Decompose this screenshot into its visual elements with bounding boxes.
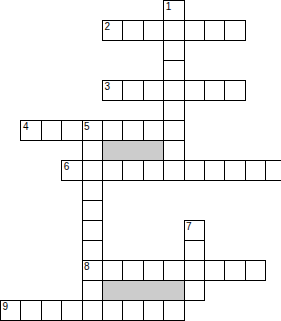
- grid-cell[interactable]: 3: [102, 80, 123, 101]
- grid-cell[interactable]: [163, 160, 184, 181]
- grid-cell[interactable]: [163, 80, 184, 101]
- grid-cell[interactable]: [143, 20, 164, 41]
- grid-cell[interactable]: [122, 260, 143, 281]
- grid-cell[interactable]: [143, 160, 164, 181]
- grid-cell[interactable]: 4: [20, 120, 41, 141]
- grid-cell[interactable]: [245, 160, 266, 181]
- grid-cell[interactable]: [163, 60, 184, 81]
- grid-cell[interactable]: [224, 20, 245, 41]
- grid-cell[interactable]: [102, 260, 123, 281]
- grid-cell[interactable]: [245, 260, 266, 281]
- grid-cell[interactable]: [82, 240, 103, 261]
- grid-cell[interactable]: [184, 260, 205, 281]
- grid-cell[interactable]: [82, 220, 103, 241]
- grid-cell[interactable]: [122, 300, 143, 321]
- grid-cell[interactable]: [122, 20, 143, 41]
- clue-number: 7: [186, 222, 192, 232]
- grid-cell[interactable]: [102, 160, 123, 181]
- grid-cell[interactable]: [163, 300, 184, 321]
- grid-cell[interactable]: [82, 280, 103, 301]
- grid-cell[interactable]: [143, 260, 164, 281]
- grid-cell[interactable]: [122, 120, 143, 141]
- grid-cell[interactable]: [184, 280, 205, 301]
- shaded-block: [102, 280, 185, 301]
- grid-cell[interactable]: [41, 120, 62, 141]
- grid-cell[interactable]: [204, 20, 225, 41]
- grid-cell[interactable]: [82, 160, 103, 181]
- grid-cell[interactable]: [184, 20, 205, 41]
- grid-cell[interactable]: [143, 80, 164, 101]
- clue-number: 5: [84, 122, 90, 132]
- clue-number: 8: [84, 262, 90, 272]
- grid-cell[interactable]: [41, 300, 62, 321]
- grid-cell[interactable]: [184, 80, 205, 101]
- grid-cell[interactable]: [20, 300, 41, 321]
- grid-cell[interactable]: [102, 300, 123, 321]
- clue-number: 1: [166, 2, 172, 12]
- shaded-block: [102, 140, 164, 161]
- grid-cell[interactable]: 8: [82, 260, 103, 281]
- grid-cell[interactable]: [82, 200, 103, 221]
- grid-cell[interactable]: 1: [163, 0, 184, 21]
- clue-number: 3: [105, 82, 111, 92]
- grid-cell[interactable]: [204, 80, 225, 101]
- grid-cell[interactable]: [265, 160, 281, 181]
- grid-cell[interactable]: [163, 140, 184, 161]
- grid-cell[interactable]: 6: [61, 160, 82, 181]
- grid-cell[interactable]: [143, 120, 164, 141]
- grid-cell[interactable]: [122, 160, 143, 181]
- grid-cell[interactable]: [204, 160, 225, 181]
- grid-cell[interactable]: [184, 160, 205, 181]
- grid-cell[interactable]: [122, 80, 143, 101]
- grid-cell[interactable]: [82, 140, 103, 161]
- grid-cell[interactable]: 5: [82, 120, 103, 141]
- grid-cell[interactable]: [224, 260, 245, 281]
- grid-cell[interactable]: [163, 40, 184, 61]
- grid-cell[interactable]: 2: [102, 20, 123, 41]
- clue-number: 9: [3, 302, 9, 312]
- grid-cell[interactable]: [82, 300, 103, 321]
- crossword-board: 123456789: [0, 0, 281, 321]
- grid-cell[interactable]: 7: [184, 220, 205, 241]
- grid-cell[interactable]: [61, 120, 82, 141]
- grid-cell[interactable]: [204, 260, 225, 281]
- grid-cell[interactable]: [143, 300, 164, 321]
- clue-number: 2: [105, 22, 111, 32]
- grid-cell[interactable]: [82, 180, 103, 201]
- clue-number: 6: [64, 162, 70, 172]
- grid-cell[interactable]: [61, 300, 82, 321]
- grid-cell[interactable]: [184, 240, 205, 261]
- grid-cell[interactable]: [224, 80, 245, 101]
- grid-cell[interactable]: [224, 160, 245, 181]
- grid-cell[interactable]: [102, 120, 123, 141]
- grid-cell[interactable]: [163, 260, 184, 281]
- grid-cell[interactable]: [163, 120, 184, 141]
- grid-cell[interactable]: 9: [0, 300, 21, 321]
- grid-cell[interactable]: [163, 20, 184, 41]
- grid-cell[interactable]: [163, 100, 184, 121]
- clue-number: 4: [23, 122, 29, 132]
